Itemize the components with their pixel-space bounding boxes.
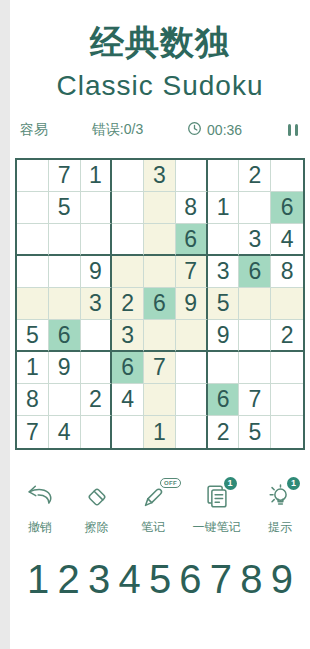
cell-r6c2[interactable]: 6 xyxy=(49,320,81,352)
cell-r9c3[interactable] xyxy=(81,416,113,448)
cell-r7c1[interactable]: 1 xyxy=(17,352,49,384)
numpad-8[interactable]: 8 xyxy=(240,558,262,600)
cell-r2c6[interactable]: 8 xyxy=(176,192,208,224)
cell-r5c6[interactable]: 9 xyxy=(176,288,208,320)
cell-r7c7[interactable] xyxy=(208,352,240,384)
sudoku-grid: 7132581663497368326955639219678246774125 xyxy=(15,158,305,450)
cell-r8c3[interactable]: 2 xyxy=(81,384,113,416)
cell-r3c2[interactable] xyxy=(49,224,81,256)
cell-r1c7[interactable] xyxy=(208,160,240,192)
numpad-7[interactable]: 7 xyxy=(210,558,232,600)
cell-r3c3[interactable] xyxy=(81,224,113,256)
cell-r4c5[interactable] xyxy=(144,256,176,288)
cell-r5c1[interactable] xyxy=(17,288,49,320)
notes-label: 笔记 xyxy=(141,519,165,536)
cell-r9c2[interactable]: 4 xyxy=(49,416,81,448)
numpad-1[interactable]: 1 xyxy=(27,558,49,600)
pause-button[interactable] xyxy=(286,122,300,138)
undo-button[interactable]: 撤销 xyxy=(23,482,57,536)
cell-r1c5[interactable]: 3 xyxy=(144,160,176,192)
cell-r5c9[interactable] xyxy=(271,288,303,320)
cell-r5c5[interactable]: 6 xyxy=(144,288,176,320)
cell-r9c9[interactable] xyxy=(271,416,303,448)
erase-button[interactable]: 擦除 xyxy=(80,482,114,536)
cell-r6c8[interactable] xyxy=(239,320,271,352)
cell-r2c3[interactable] xyxy=(81,192,113,224)
timer: 00:36 xyxy=(187,121,242,139)
hint-button[interactable]: 1 提示 xyxy=(263,482,297,536)
cell-r1c8[interactable]: 2 xyxy=(239,160,271,192)
pencil-icon: OFF xyxy=(138,482,168,512)
cell-r4c3[interactable]: 9 xyxy=(81,256,113,288)
page-title: 经典数独 xyxy=(10,0,310,60)
cell-r7c2[interactable]: 9 xyxy=(49,352,81,384)
eraser-icon xyxy=(82,482,112,512)
cell-r1c1[interactable] xyxy=(17,160,49,192)
cell-r2c1[interactable] xyxy=(17,192,49,224)
cell-r5c3[interactable]: 3 xyxy=(81,288,113,320)
page-subtitle: Classic Sudoku xyxy=(10,71,310,101)
sudoku-app: 经典数独 Classic Sudoku 容易 错误:0/3 00:36 7132… xyxy=(10,0,310,649)
numpad-3[interactable]: 3 xyxy=(88,558,110,600)
cell-r5c7[interactable]: 5 xyxy=(208,288,240,320)
cell-r9c4[interactable] xyxy=(112,416,144,448)
cell-r6c5[interactable] xyxy=(144,320,176,352)
cell-r9c1[interactable]: 7 xyxy=(17,416,49,448)
cell-r4c1[interactable] xyxy=(17,256,49,288)
cell-r8c7[interactable]: 6 xyxy=(208,384,240,416)
numpad-6[interactable]: 6 xyxy=(179,558,201,600)
cell-r7c8[interactable] xyxy=(239,352,271,384)
cell-r8c5[interactable] xyxy=(144,384,176,416)
clock-icon xyxy=(187,121,202,139)
cell-r8c4[interactable]: 4 xyxy=(112,384,144,416)
cell-r6c9[interactable]: 2 xyxy=(271,320,303,352)
cell-r2c4[interactable] xyxy=(112,192,144,224)
cell-r9c6[interactable] xyxy=(176,416,208,448)
cell-r5c2[interactable] xyxy=(49,288,81,320)
cell-r1c6[interactable] xyxy=(176,160,208,192)
cell-r8c2[interactable] xyxy=(49,384,81,416)
cell-r9c5[interactable]: 1 xyxy=(144,416,176,448)
cell-r2c2[interactable]: 5 xyxy=(49,192,81,224)
cell-r5c8[interactable] xyxy=(239,288,271,320)
cell-r9c7[interactable]: 2 xyxy=(208,416,240,448)
cell-r2c9[interactable]: 6 xyxy=(271,192,303,224)
cell-r1c4[interactable] xyxy=(112,160,144,192)
cell-r7c3[interactable] xyxy=(81,352,113,384)
numpad-9[interactable]: 9 xyxy=(271,558,293,600)
notes-off-badge: OFF xyxy=(160,478,181,488)
cell-r8c9[interactable] xyxy=(271,384,303,416)
toolbar: 撤销 擦除 OFF 笔记 xyxy=(10,482,310,536)
difficulty-label: 容易 xyxy=(20,121,48,139)
erase-label: 擦除 xyxy=(85,519,109,536)
cell-r1c2[interactable]: 7 xyxy=(49,160,81,192)
timer-value: 00:36 xyxy=(207,122,242,138)
numpad: 123456789 xyxy=(10,558,310,600)
cell-r4c2[interactable] xyxy=(49,256,81,288)
cell-r9c8[interactable]: 5 xyxy=(239,416,271,448)
hint-label: 提示 xyxy=(268,519,292,536)
cell-r3c7[interactable] xyxy=(208,224,240,256)
cell-r3c6[interactable]: 6 xyxy=(176,224,208,256)
auto-notes-badge: 1 xyxy=(224,477,237,490)
auto-notes-icon: 1 xyxy=(202,482,232,512)
cell-r7c6[interactable] xyxy=(176,352,208,384)
cell-r1c9[interactable] xyxy=(271,160,303,192)
cell-r6c7[interactable]: 9 xyxy=(208,320,240,352)
hint-badge: 1 xyxy=(287,477,300,490)
cell-r8c6[interactable] xyxy=(176,384,208,416)
cell-r5c4[interactable]: 2 xyxy=(112,288,144,320)
auto-notes-label: 一键笔记 xyxy=(193,519,241,536)
cell-r3c1[interactable] xyxy=(17,224,49,256)
hint-bulb-icon: 1 xyxy=(265,482,295,512)
cell-r3c4[interactable] xyxy=(112,224,144,256)
cell-r7c5[interactable]: 7 xyxy=(144,352,176,384)
cell-r3c8[interactable]: 3 xyxy=(239,224,271,256)
auto-notes-button[interactable]: 1 一键笔记 xyxy=(193,482,241,536)
cell-r3c5[interactable] xyxy=(144,224,176,256)
cell-r2c5[interactable] xyxy=(144,192,176,224)
cell-r8c8[interactable]: 7 xyxy=(239,384,271,416)
cell-r4c7[interactable]: 3 xyxy=(208,256,240,288)
cell-r2c8[interactable] xyxy=(239,192,271,224)
cell-r8c1[interactable]: 8 xyxy=(17,384,49,416)
cell-r3c9[interactable]: 4 xyxy=(271,224,303,256)
undo-icon xyxy=(25,482,55,512)
cell-r4c6[interactable]: 7 xyxy=(176,256,208,288)
mistakes-counter: 错误:0/3 xyxy=(92,121,143,139)
cell-r7c4[interactable]: 6 xyxy=(112,352,144,384)
undo-label: 撤销 xyxy=(28,519,52,536)
cell-r6c4[interactable]: 3 xyxy=(112,320,144,352)
status-bar: 容易 错误:0/3 00:36 xyxy=(10,120,310,140)
cell-r4c9[interactable]: 8 xyxy=(271,256,303,288)
numpad-5[interactable]: 5 xyxy=(149,558,171,600)
cell-r1c3[interactable]: 1 xyxy=(81,160,113,192)
numpad-4[interactable]: 4 xyxy=(118,558,140,600)
notes-button[interactable]: OFF 笔记 xyxy=(136,482,170,536)
cell-r4c8[interactable]: 6 xyxy=(239,256,271,288)
numpad-2[interactable]: 2 xyxy=(57,558,79,600)
cell-r2c7[interactable]: 1 xyxy=(208,192,240,224)
cell-r7c9[interactable] xyxy=(271,352,303,384)
cell-r6c6[interactable] xyxy=(176,320,208,352)
cell-r6c1[interactable]: 5 xyxy=(17,320,49,352)
cell-r6c3[interactable] xyxy=(81,320,113,352)
cell-r4c4[interactable] xyxy=(112,256,144,288)
